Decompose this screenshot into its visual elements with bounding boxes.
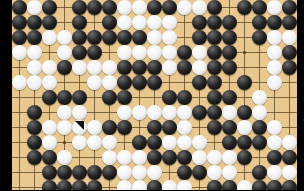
white-stone [87, 120, 102, 135]
black-stone [207, 15, 222, 30]
go-app-screenshot: { "game": "go", "board": { "grid_columns… [0, 0, 304, 190]
black-stone [27, 30, 42, 45]
black-stone [207, 45, 222, 60]
black-stone [57, 165, 72, 180]
black-stone [192, 15, 207, 30]
white-stone [162, 30, 177, 45]
white-stone [132, 45, 147, 60]
white-stone [87, 60, 102, 75]
black-stone [207, 105, 222, 120]
black-stone [132, 135, 147, 150]
black-stone [12, 0, 27, 15]
white-stone [102, 135, 117, 150]
black-stone [177, 90, 192, 105]
black-stone [117, 75, 132, 90]
white-stone [207, 150, 222, 165]
white-stone [27, 45, 42, 60]
hoshi-star-point [63, 141, 66, 144]
white-stone [27, 75, 42, 90]
black-stone [282, 45, 297, 60]
black-stone [12, 15, 27, 30]
white-stone [102, 75, 117, 90]
black-stone [147, 180, 162, 191]
white-stone [222, 165, 237, 180]
white-stone [87, 135, 102, 150]
white-stone [267, 165, 282, 180]
white-stone [57, 150, 72, 165]
white-stone [282, 135, 297, 150]
black-stone [102, 90, 117, 105]
white-stone [102, 60, 117, 75]
black-stone [87, 0, 102, 15]
black-stone [237, 150, 252, 165]
white-stone [252, 90, 267, 105]
white-stone [192, 135, 207, 150]
white-stone [237, 180, 252, 191]
white-stone [132, 105, 147, 120]
white-stone [237, 120, 252, 135]
white-stone [12, 75, 27, 90]
white-stone [27, 0, 42, 15]
black-stone [162, 90, 177, 105]
black-stone [222, 120, 237, 135]
black-stone [102, 30, 117, 45]
white-stone [72, 105, 87, 120]
black-stone [177, 45, 192, 60]
black-stone [27, 15, 42, 30]
white-stone [222, 105, 237, 120]
white-stone [282, 165, 297, 180]
black-stone [222, 30, 237, 45]
white-stone [117, 45, 132, 60]
black-stone [222, 45, 237, 60]
white-stone [117, 15, 132, 30]
black-stone [117, 120, 132, 135]
black-stone [147, 60, 162, 75]
go-board[interactable] [12, 0, 297, 190]
black-stone [282, 60, 297, 75]
black-stone [102, 0, 117, 15]
black-stone [117, 90, 132, 105]
black-stone [57, 90, 72, 105]
white-stone [147, 105, 162, 120]
white-stone [72, 120, 87, 135]
black-stone [147, 75, 162, 90]
white-stone [177, 0, 192, 15]
white-stone [12, 45, 27, 60]
white-stone [162, 180, 177, 191]
black-stone [87, 165, 102, 180]
black-stone [117, 30, 132, 45]
letterbox-left-bar [0, 0, 12, 190]
black-stone [192, 165, 207, 180]
black-stone [192, 30, 207, 45]
black-stone [252, 120, 267, 135]
white-stone [162, 105, 177, 120]
black-stone [72, 180, 87, 191]
white-stone [87, 75, 102, 90]
white-stone [72, 60, 87, 75]
white-stone [132, 150, 147, 165]
black-stone [177, 60, 192, 75]
black-stone [42, 15, 57, 30]
black-stone [42, 165, 57, 180]
white-stone [162, 60, 177, 75]
black-stone [72, 15, 87, 30]
black-stone [42, 180, 57, 191]
white-stone [57, 30, 72, 45]
white-stone [267, 75, 282, 90]
black-stone [282, 150, 297, 165]
black-stone [252, 135, 267, 150]
black-stone [282, 180, 297, 191]
black-stone [192, 105, 207, 120]
white-stone [252, 105, 267, 120]
white-stone [117, 0, 132, 15]
black-stone [207, 180, 222, 191]
black-stone [87, 30, 102, 45]
black-stone [147, 150, 162, 165]
white-stone [267, 135, 282, 150]
white-stone [192, 45, 207, 60]
black-stone [117, 60, 132, 75]
white-stone [57, 120, 72, 135]
black-stone [282, 0, 297, 15]
white-stone [42, 120, 57, 135]
black-stone [207, 90, 222, 105]
white-stone [42, 75, 57, 90]
black-stone [147, 120, 162, 135]
white-stone [117, 180, 132, 191]
black-stone [177, 150, 192, 165]
white-stone [147, 165, 162, 180]
white-stone [162, 135, 177, 150]
black-stone [27, 120, 42, 135]
black-stone [252, 0, 267, 15]
black-stone [87, 180, 102, 191]
white-stone [117, 105, 132, 120]
black-stone [207, 75, 222, 90]
black-stone [12, 30, 27, 45]
black-stone [267, 180, 282, 191]
black-stone [252, 180, 267, 191]
white-stone [132, 0, 147, 15]
white-stone [147, 45, 162, 60]
white-stone [117, 150, 132, 165]
white-stone [42, 135, 57, 150]
black-stone [42, 150, 57, 165]
last-move-triangle-marker-icon [75, 121, 84, 130]
white-stone [267, 60, 282, 75]
white-stone [267, 45, 282, 60]
black-stone [207, 60, 222, 75]
black-stone [87, 45, 102, 60]
black-stone [237, 75, 252, 90]
white-stone [72, 135, 87, 150]
black-stone [132, 60, 147, 75]
black-stone [42, 90, 57, 105]
black-stone [72, 165, 87, 180]
white-stone [177, 120, 192, 135]
white-stone [102, 150, 117, 165]
white-stone [222, 150, 237, 165]
black-stone [237, 135, 252, 150]
black-stone [222, 15, 237, 30]
white-stone [192, 60, 207, 75]
black-stone [132, 75, 147, 90]
black-stone [222, 90, 237, 105]
black-stone [252, 15, 267, 30]
black-stone [237, 105, 252, 120]
white-stone [162, 15, 177, 30]
white-stone [147, 30, 162, 45]
black-stone [252, 30, 267, 45]
white-stone [267, 30, 282, 45]
white-stone [177, 180, 192, 191]
black-stone [207, 120, 222, 135]
white-stone [162, 45, 177, 60]
black-stone [147, 0, 162, 15]
black-stone [222, 180, 237, 191]
black-stone [282, 15, 297, 30]
white-stone [57, 105, 72, 120]
white-stone [42, 30, 57, 45]
black-stone [42, 0, 57, 15]
black-stone [237, 0, 252, 15]
white-stone [132, 165, 147, 180]
black-stone [177, 165, 192, 180]
black-stone [192, 75, 207, 90]
black-stone [267, 15, 282, 30]
white-stone [267, 120, 282, 135]
white-stone [147, 15, 162, 30]
black-stone [162, 150, 177, 165]
black-stone [72, 90, 87, 105]
black-stone [72, 45, 87, 60]
black-stone [207, 0, 222, 15]
black-stone [72, 0, 87, 15]
black-stone [222, 60, 237, 75]
black-stone [27, 135, 42, 150]
letterbox-right-bar [296, 0, 304, 190]
black-stone [102, 120, 117, 135]
black-stone [162, 120, 177, 135]
white-stone [42, 60, 57, 75]
black-stone [27, 150, 42, 165]
black-stone [102, 15, 117, 30]
white-stone [27, 60, 42, 75]
white-stone [177, 135, 192, 150]
white-stone [57, 45, 72, 60]
black-stone [207, 30, 222, 45]
black-stone [57, 180, 72, 191]
black-stone [267, 150, 282, 165]
hoshi-star-point [243, 51, 246, 54]
black-stone [57, 60, 72, 75]
white-stone [192, 150, 207, 165]
black-stone [147, 135, 162, 150]
white-stone [267, 0, 282, 15]
black-stone [102, 165, 117, 180]
white-stone [282, 30, 297, 45]
white-stone [132, 15, 147, 30]
black-stone [162, 0, 177, 15]
white-stone [177, 105, 192, 120]
white-stone [192, 0, 207, 15]
black-stone [72, 30, 87, 45]
white-stone [117, 165, 132, 180]
black-stone [27, 105, 42, 120]
white-stone [207, 165, 222, 180]
white-stone [132, 180, 147, 191]
black-stone [132, 30, 147, 45]
black-stone [252, 165, 267, 180]
black-stone [222, 135, 237, 150]
